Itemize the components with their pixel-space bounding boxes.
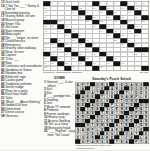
cell-number: 39	[93, 25, 95, 28]
cell-number: 61	[51, 43, 53, 46]
cell-number: 88	[65, 62, 67, 65]
cell-number: 79	[142, 52, 144, 55]
cell-number: 57	[86, 39, 88, 42]
cell-number: 55	[58, 39, 60, 42]
cell-number: 92	[121, 62, 123, 65]
cell-number: 41	[121, 25, 123, 28]
cell-number: 1	[51, 2, 52, 5]
cell-number: 25	[79, 16, 81, 19]
cell-number: 76	[93, 52, 95, 55]
cell-number: 20	[86, 11, 88, 14]
cell-number: 58	[114, 39, 116, 42]
crossword-grid[interactable]: 1234567891011121314151617181920212223242…	[43, 1, 148, 70]
cell-number: 17	[135, 6, 137, 9]
solved-grid-cells: APTORESEDANSLAICEAREDOEREOATEGOTIDESARKT…	[75, 82, 149, 144]
cell-number: 7	[107, 2, 108, 5]
cell-number: 34	[128, 20, 130, 23]
cell-number: 91	[107, 62, 109, 65]
cell-number: 32	[100, 20, 102, 23]
cell-number: 14	[93, 6, 95, 9]
cell-number: 77	[107, 52, 109, 55]
cell-number: 69	[72, 48, 74, 51]
down-header: DOWN	[44, 76, 75, 80]
cell-number: 60	[44, 43, 46, 46]
cell-number: 47	[114, 29, 116, 32]
cell-number: 2	[58, 2, 59, 5]
cell-number: 26	[93, 16, 95, 19]
crossword-grid-cells[interactable]: 1234567891011121314151617181920212223242…	[43, 1, 149, 71]
cell-number: 6	[100, 2, 101, 5]
copyright-line2: All Rights Reserved.	[75, 146, 148, 149]
cell-number: 36	[44, 25, 46, 28]
cell-number: 87	[51, 62, 53, 65]
cell-number: 75	[79, 52, 81, 55]
cell-number: 81	[58, 57, 60, 60]
cell-number: 83	[86, 57, 88, 60]
cell-number: 74	[65, 52, 67, 55]
cell-number: 23	[128, 11, 130, 14]
clue-item: 14 “I Got You ___”; Sonny & Cher hit	[1, 4, 42, 11]
cell-number: 10	[135, 2, 137, 5]
cell-number: 95	[100, 66, 102, 69]
cell-number: 15	[107, 6, 109, 9]
byline-author: Created by Jacqueline E. Mathews	[43, 70, 82, 73]
cell-number: 94	[72, 66, 74, 69]
cell-number: 53	[121, 34, 123, 37]
cell-number: 18	[44, 11, 46, 14]
cell-number: 31	[86, 20, 88, 23]
cell-number: 50	[65, 34, 67, 37]
cell-number: 59	[128, 39, 130, 42]
cell-number: 46	[100, 29, 102, 32]
cell-number: 16	[121, 6, 123, 9]
cell-number: 67	[44, 48, 46, 51]
cell-number: 45	[72, 29, 74, 32]
cell-number: 13	[79, 6, 81, 9]
cell-number: 33	[114, 20, 116, 23]
across-clues-column: 13 Gush forth14 “I Got You ___”; Sonny &…	[1, 0, 42, 150]
cell-number: 48	[128, 29, 130, 32]
cell-number: 8	[114, 2, 115, 5]
cell-number: 93	[44, 66, 46, 69]
cell-number: 56	[72, 39, 74, 42]
cell-number: 64	[93, 43, 95, 46]
cell-number: 84	[100, 57, 102, 60]
cell-number: 28	[121, 16, 123, 19]
cell-number: 89	[79, 62, 81, 65]
cell-number: 30	[58, 20, 60, 23]
cell-number: 37	[51, 25, 53, 28]
cell-number: 12	[44, 6, 46, 9]
cell-number: 22	[114, 11, 116, 14]
puzzle-date: 11/4/23	[140, 70, 148, 73]
cell-number: 70	[86, 48, 88, 51]
cell-number: 38	[65, 25, 67, 28]
down-clues-column: DOWN 1 General ___; 4-star officer2 Sick…	[44, 76, 75, 150]
copyright-block: ©2023 Tribune Content Agency, LLC All Ri…	[75, 144, 148, 151]
cell-number: 65	[121, 43, 123, 46]
crossword-page: 13 Gush forth14 “I Got You ___”; Sonny &…	[0, 0, 150, 150]
cell-number: 35	[142, 20, 144, 23]
cell-number: 52	[107, 34, 109, 37]
across-clues-list: 13 Gush forth14 “I Got You ___”; Sonny &…	[1, 0, 42, 150]
cell-number: 85	[114, 57, 116, 60]
cell-number: 5	[86, 2, 87, 5]
clue-item: 22 “___ Rhythm”; song from “Girl Crazy”	[44, 129, 75, 136]
cell-number: 78	[135, 52, 137, 55]
cell-number: 54	[135, 34, 137, 37]
cell-number: 43	[44, 29, 46, 32]
cell-number: 4	[79, 2, 80, 5]
cell-number: 49	[44, 34, 46, 37]
cell-number: 19	[72, 11, 74, 14]
clue-item: 1 General ___; 4-star officer	[44, 80, 75, 87]
cell-number: 21	[100, 11, 102, 14]
cell-number: 42	[135, 25, 137, 28]
cell-number: 68	[58, 48, 60, 51]
cell-number: 3	[65, 2, 66, 5]
cell-number: 71	[100, 48, 102, 51]
cell-number: 51	[79, 34, 81, 37]
cell-number: 62	[65, 43, 67, 46]
cell-number: 82	[72, 57, 74, 60]
cell-number: 11	[142, 2, 144, 5]
down-clues-list: 1 General ___; 4-star officer2 Sick3 Kil…	[44, 80, 75, 136]
clue-item: 58 Observes	[1, 114, 42, 118]
cell-number: 66	[135, 43, 137, 46]
cell-number: 72	[128, 48, 130, 51]
cell-number: 29	[135, 16, 137, 19]
cell-number: 44	[58, 29, 60, 32]
cell-number: 24	[44, 16, 46, 19]
cell-number: 27	[107, 16, 109, 19]
solved-puzzle-title: Saturday's Puzzle Solved	[75, 77, 148, 82]
cell-number: 80	[44, 57, 46, 60]
solved-puzzle-grid: APTORESEDANSLAICEAREDOEREOATEGOTIDESARKT…	[75, 82, 148, 143]
cell-number: 73	[51, 52, 53, 55]
cell-number: 9	[128, 2, 129, 5]
cell-number: 40	[107, 25, 109, 28]
cell-number: 86	[44, 62, 46, 65]
cell-number: 63	[79, 43, 81, 46]
cell-number: 90	[93, 62, 95, 65]
puzzle-byline: Created by Jacqueline E. Mathews 11/4/23	[43, 70, 148, 75]
